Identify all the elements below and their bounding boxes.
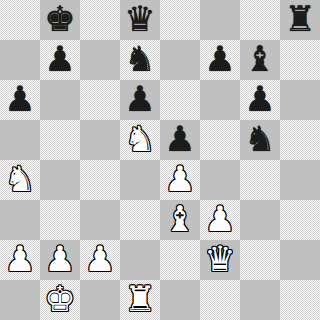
piece-black-rook: ♜	[284, 2, 315, 37]
piece-white-pawn: ♟	[84, 242, 115, 277]
square-d1[interactable]: ♜	[120, 280, 160, 320]
piece-black-pawn: ♟	[44, 42, 75, 77]
square-g1[interactable]	[240, 280, 280, 320]
square-c1[interactable]	[80, 280, 120, 320]
square-f2[interactable]: ♛	[200, 240, 240, 280]
square-c6[interactable]	[80, 80, 120, 120]
square-e2[interactable]	[160, 240, 200, 280]
piece-black-pawn: ♟	[164, 122, 195, 157]
piece-black-queen: ♛	[124, 2, 155, 37]
square-b1[interactable]: ♚	[40, 280, 80, 320]
square-f5[interactable]	[200, 120, 240, 160]
square-e3[interactable]: ♝	[160, 200, 200, 240]
square-c3[interactable]	[80, 200, 120, 240]
square-h7[interactable]	[280, 40, 320, 80]
square-b8[interactable]: ♚	[40, 0, 80, 40]
piece-black-knight: ♞	[244, 122, 275, 157]
square-a5[interactable]	[0, 120, 40, 160]
square-b6[interactable]	[40, 80, 80, 120]
square-d3[interactable]	[120, 200, 160, 240]
square-c8[interactable]	[80, 0, 120, 40]
square-a4[interactable]: ♞	[0, 160, 40, 200]
square-h4[interactable]	[280, 160, 320, 200]
piece-white-pawn: ♟	[44, 242, 75, 277]
square-h6[interactable]	[280, 80, 320, 120]
square-b5[interactable]	[40, 120, 80, 160]
square-g4[interactable]	[240, 160, 280, 200]
piece-white-pawn: ♟	[4, 242, 35, 277]
square-h8[interactable]: ♜	[280, 0, 320, 40]
square-d7[interactable]: ♞	[120, 40, 160, 80]
square-b7[interactable]: ♟	[40, 40, 80, 80]
square-a8[interactable]	[0, 0, 40, 40]
square-a1[interactable]	[0, 280, 40, 320]
square-h3[interactable]	[280, 200, 320, 240]
piece-white-king: ♚	[44, 282, 75, 317]
piece-white-pawn: ♟	[164, 162, 195, 197]
square-h2[interactable]	[280, 240, 320, 280]
square-a6[interactable]: ♟	[0, 80, 40, 120]
square-e1[interactable]	[160, 280, 200, 320]
square-a2[interactable]: ♟	[0, 240, 40, 280]
square-f7[interactable]: ♟	[200, 40, 240, 80]
piece-black-king: ♚	[44, 2, 75, 37]
square-g6[interactable]: ♟	[240, 80, 280, 120]
square-d2[interactable]	[120, 240, 160, 280]
piece-white-queen: ♛	[204, 242, 235, 277]
square-f6[interactable]	[200, 80, 240, 120]
square-d8[interactable]: ♛	[120, 0, 160, 40]
square-b4[interactable]	[40, 160, 80, 200]
square-f4[interactable]	[200, 160, 240, 200]
square-c2[interactable]: ♟	[80, 240, 120, 280]
square-e7[interactable]	[160, 40, 200, 80]
square-h1[interactable]	[280, 280, 320, 320]
square-e8[interactable]	[160, 0, 200, 40]
square-f3[interactable]: ♟	[200, 200, 240, 240]
square-g3[interactable]	[240, 200, 280, 240]
square-f1[interactable]	[200, 280, 240, 320]
piece-white-knight: ♞	[4, 162, 35, 197]
square-d5[interactable]: ♞	[120, 120, 160, 160]
square-e6[interactable]	[160, 80, 200, 120]
piece-white-bishop: ♝	[164, 202, 195, 237]
piece-white-pawn: ♟	[204, 202, 235, 237]
chess-board: ♚♛♜♟♞♟♝♟♟♟♞♟♞♞♟♝♟♟♟♟♛♚♜	[0, 0, 320, 320]
piece-white-knight: ♞	[124, 122, 155, 157]
piece-black-pawn: ♟	[4, 82, 35, 117]
square-h5[interactable]	[280, 120, 320, 160]
square-g7[interactable]: ♝	[240, 40, 280, 80]
square-d4[interactable]	[120, 160, 160, 200]
piece-black-pawn: ♟	[124, 82, 155, 117]
piece-black-knight: ♞	[124, 42, 155, 77]
piece-white-rook: ♜	[124, 282, 155, 317]
square-e5[interactable]: ♟	[160, 120, 200, 160]
square-a3[interactable]	[0, 200, 40, 240]
piece-black-bishop: ♝	[244, 42, 275, 77]
square-f8[interactable]	[200, 0, 240, 40]
square-g2[interactable]	[240, 240, 280, 280]
square-c5[interactable]	[80, 120, 120, 160]
square-c7[interactable]	[80, 40, 120, 80]
square-c4[interactable]	[80, 160, 120, 200]
square-e4[interactable]: ♟	[160, 160, 200, 200]
square-g5[interactable]: ♞	[240, 120, 280, 160]
square-g8[interactable]	[240, 0, 280, 40]
piece-black-pawn: ♟	[244, 82, 275, 117]
square-d6[interactable]: ♟	[120, 80, 160, 120]
piece-black-pawn: ♟	[204, 42, 235, 77]
square-a7[interactable]	[0, 40, 40, 80]
square-b2[interactable]: ♟	[40, 240, 80, 280]
square-b3[interactable]	[40, 200, 80, 240]
